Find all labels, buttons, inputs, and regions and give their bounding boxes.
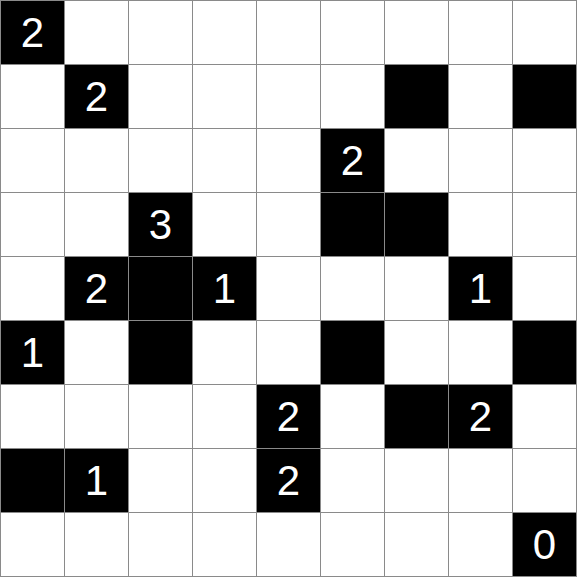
wall-cell-r7c0 xyxy=(1,449,64,512)
clue-cell-r0c0: 2 xyxy=(1,1,64,64)
wall-cell-r4c2 xyxy=(129,257,192,320)
akari-board: 2223211122120 xyxy=(0,0,577,577)
empty-cell-r7c6[interactable] xyxy=(385,449,448,512)
clue-cell-r5c0: 1 xyxy=(1,321,64,384)
empty-cell-r0c1[interactable] xyxy=(65,1,128,64)
clue-number: 1 xyxy=(85,460,108,502)
clue-number: 2 xyxy=(21,12,44,54)
clue-cell-r6c4: 2 xyxy=(257,385,320,448)
empty-cell-r0c3[interactable] xyxy=(193,1,256,64)
empty-cell-r6c8[interactable] xyxy=(513,385,576,448)
empty-cell-r8c7[interactable] xyxy=(449,513,512,576)
wall-cell-r1c8 xyxy=(513,65,576,128)
empty-cell-r4c6[interactable] xyxy=(385,257,448,320)
empty-cell-r2c8[interactable] xyxy=(513,129,576,192)
clue-number: 2 xyxy=(469,396,492,438)
clue-cell-r8c8: 0 xyxy=(513,513,576,576)
empty-cell-r1c5[interactable] xyxy=(321,65,384,128)
empty-cell-r2c6[interactable] xyxy=(385,129,448,192)
clue-cell-r4c3: 1 xyxy=(193,257,256,320)
empty-cell-r2c1[interactable] xyxy=(65,129,128,192)
empty-cell-r2c4[interactable] xyxy=(257,129,320,192)
empty-cell-r0c7[interactable] xyxy=(449,1,512,64)
clue-cell-r1c1: 2 xyxy=(65,65,128,128)
empty-cell-r2c7[interactable] xyxy=(449,129,512,192)
wall-cell-r6c6 xyxy=(385,385,448,448)
clue-number: 3 xyxy=(149,204,172,246)
clue-cell-r6c7: 2 xyxy=(449,385,512,448)
clue-cell-r2c5: 2 xyxy=(321,129,384,192)
clue-cell-r4c7: 1 xyxy=(449,257,512,320)
empty-cell-r7c7[interactable] xyxy=(449,449,512,512)
clue-cell-r3c2: 3 xyxy=(129,193,192,256)
empty-cell-r0c5[interactable] xyxy=(321,1,384,64)
empty-cell-r3c8[interactable] xyxy=(513,193,576,256)
empty-cell-r1c2[interactable] xyxy=(129,65,192,128)
empty-cell-r4c5[interactable] xyxy=(321,257,384,320)
empty-cell-r0c2[interactable] xyxy=(129,1,192,64)
empty-cell-r1c0[interactable] xyxy=(1,65,64,128)
wall-cell-r1c6 xyxy=(385,65,448,128)
empty-cell-r6c3[interactable] xyxy=(193,385,256,448)
clue-cell-r4c1: 2 xyxy=(65,257,128,320)
empty-cell-r4c4[interactable] xyxy=(257,257,320,320)
empty-cell-r6c1[interactable] xyxy=(65,385,128,448)
wall-cell-r5c5 xyxy=(321,321,384,384)
empty-cell-r3c7[interactable] xyxy=(449,193,512,256)
wall-cell-r5c2 xyxy=(129,321,192,384)
clue-number: 1 xyxy=(469,268,492,310)
empty-cell-r5c4[interactable] xyxy=(257,321,320,384)
empty-cell-r7c5[interactable] xyxy=(321,449,384,512)
clue-cell-r7c4: 2 xyxy=(257,449,320,512)
wall-cell-r3c5 xyxy=(321,193,384,256)
empty-cell-r8c6[interactable] xyxy=(385,513,448,576)
empty-cell-r5c3[interactable] xyxy=(193,321,256,384)
clue-number: 0 xyxy=(533,524,556,566)
empty-cell-r2c3[interactable] xyxy=(193,129,256,192)
wall-cell-r5c8 xyxy=(513,321,576,384)
empty-cell-r3c0[interactable] xyxy=(1,193,64,256)
empty-cell-r6c0[interactable] xyxy=(1,385,64,448)
clue-number: 2 xyxy=(85,76,108,118)
empty-cell-r4c8[interactable] xyxy=(513,257,576,320)
empty-cell-r3c1[interactable] xyxy=(65,193,128,256)
empty-cell-r7c3[interactable] xyxy=(193,449,256,512)
empty-cell-r8c5[interactable] xyxy=(321,513,384,576)
empty-cell-r1c7[interactable] xyxy=(449,65,512,128)
empty-cell-r1c3[interactable] xyxy=(193,65,256,128)
clue-number: 2 xyxy=(85,268,108,310)
empty-cell-r0c4[interactable] xyxy=(257,1,320,64)
empty-cell-r8c0[interactable] xyxy=(1,513,64,576)
wall-cell-r3c6 xyxy=(385,193,448,256)
empty-cell-r6c2[interactable] xyxy=(129,385,192,448)
clue-cell-r7c1: 1 xyxy=(65,449,128,512)
clue-number: 2 xyxy=(277,396,300,438)
clue-number: 1 xyxy=(21,332,44,374)
empty-cell-r3c4[interactable] xyxy=(257,193,320,256)
empty-cell-r5c6[interactable] xyxy=(385,321,448,384)
empty-cell-r7c2[interactable] xyxy=(129,449,192,512)
empty-cell-r7c8[interactable] xyxy=(513,449,576,512)
empty-cell-r8c3[interactable] xyxy=(193,513,256,576)
empty-cell-r8c1[interactable] xyxy=(65,513,128,576)
empty-cell-r8c4[interactable] xyxy=(257,513,320,576)
clue-number: 2 xyxy=(341,140,364,182)
empty-cell-r3c3[interactable] xyxy=(193,193,256,256)
clue-number: 2 xyxy=(277,460,300,502)
empty-cell-r0c6[interactable] xyxy=(385,1,448,64)
empty-cell-r8c2[interactable] xyxy=(129,513,192,576)
empty-cell-r6c5[interactable] xyxy=(321,385,384,448)
empty-cell-r0c8[interactable] xyxy=(513,1,576,64)
empty-cell-r2c2[interactable] xyxy=(129,129,192,192)
empty-cell-r2c0[interactable] xyxy=(1,129,64,192)
empty-cell-r4c0[interactable] xyxy=(1,257,64,320)
empty-cell-r1c4[interactable] xyxy=(257,65,320,128)
empty-cell-r5c1[interactable] xyxy=(65,321,128,384)
clue-number: 1 xyxy=(213,268,236,310)
empty-cell-r5c7[interactable] xyxy=(449,321,512,384)
